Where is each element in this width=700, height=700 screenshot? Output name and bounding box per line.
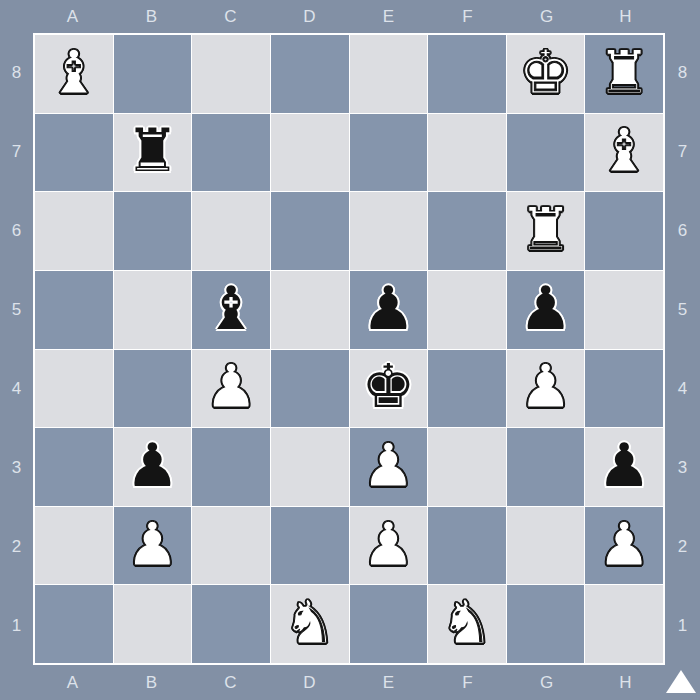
rank-label-4-right: 4 <box>665 349 700 428</box>
rank-label-3-right: 3 <box>665 428 700 507</box>
square-g7[interactable] <box>507 114 585 192</box>
square-d1[interactable]: ♞ <box>271 585 349 663</box>
square-a4[interactable] <box>35 350 113 428</box>
square-f1[interactable]: ♞ <box>428 585 506 663</box>
square-f6[interactable] <box>428 192 506 270</box>
square-b1[interactable] <box>114 585 192 663</box>
file-label-c-top: C <box>191 0 270 33</box>
black-pawn-b3[interactable]: ♟ <box>126 435 180 495</box>
square-e1[interactable] <box>350 585 428 663</box>
square-g2[interactable] <box>507 507 585 585</box>
black-king-e4[interactable]: ♚ <box>361 356 415 416</box>
square-h5[interactable] <box>585 271 663 349</box>
square-f4[interactable] <box>428 350 506 428</box>
square-c4[interactable]: ♟ <box>192 350 270 428</box>
rank-label-7-right: 7 <box>665 112 700 191</box>
rank-label-7-left: 7 <box>0 112 33 191</box>
square-c6[interactable] <box>192 192 270 270</box>
file-label-b-bottom: B <box>112 665 191 700</box>
file-labels-top: ABCDEFGH <box>33 0 665 33</box>
file-label-a-bottom: A <box>33 665 112 700</box>
white-pawn-h2[interactable]: ♟ <box>597 514 651 574</box>
file-label-f-bottom: F <box>428 665 507 700</box>
square-b7[interactable]: ♜ <box>114 114 192 192</box>
file-label-e-bottom: E <box>349 665 428 700</box>
white-rook-h8[interactable]: ♜ <box>597 42 651 102</box>
square-h7[interactable]: ♝ <box>585 114 663 192</box>
file-label-h-top: H <box>586 0 665 33</box>
square-h6[interactable] <box>585 192 663 270</box>
square-e7[interactable] <box>350 114 428 192</box>
square-c1[interactable] <box>192 585 270 663</box>
square-h8[interactable]: ♜ <box>585 35 663 113</box>
white-knight-f1[interactable]: ♞ <box>440 592 494 652</box>
rank-label-6-left: 6 <box>0 191 33 270</box>
square-b5[interactable] <box>114 271 192 349</box>
rank-label-5-right: 5 <box>665 270 700 349</box>
square-d2[interactable] <box>271 507 349 585</box>
square-f7[interactable] <box>428 114 506 192</box>
square-b6[interactable] <box>114 192 192 270</box>
square-g5[interactable]: ♟ <box>507 271 585 349</box>
white-bishop-a8[interactable]: ♝ <box>47 42 101 102</box>
square-d8[interactable] <box>271 35 349 113</box>
square-f5[interactable] <box>428 271 506 349</box>
square-h2[interactable]: ♟ <box>585 507 663 585</box>
square-b2[interactable]: ♟ <box>114 507 192 585</box>
square-a7[interactable] <box>35 114 113 192</box>
square-b3[interactable]: ♟ <box>114 428 192 506</box>
rank-label-2-right: 2 <box>665 507 700 586</box>
white-pawn-b2[interactable]: ♟ <box>126 514 180 574</box>
square-g1[interactable] <box>507 585 585 663</box>
white-knight-d1[interactable]: ♞ <box>283 592 337 652</box>
white-pawn-c4[interactable]: ♟ <box>204 356 258 416</box>
square-e6[interactable] <box>350 192 428 270</box>
white-king-g8[interactable]: ♚ <box>519 42 573 102</box>
rank-label-8-left: 8 <box>0 33 33 112</box>
rank-label-5-left: 5 <box>0 270 33 349</box>
white-to-move-triangle-icon <box>666 670 696 693</box>
square-f8[interactable] <box>428 35 506 113</box>
rank-labels-left: 87654321 <box>0 33 33 665</box>
file-label-b-top: B <box>112 0 191 33</box>
rank-label-2-left: 2 <box>0 507 33 586</box>
square-d4[interactable] <box>271 350 349 428</box>
file-label-d-top: D <box>270 0 349 33</box>
square-d3[interactable] <box>271 428 349 506</box>
black-pawn-h3[interactable]: ♟ <box>597 435 651 495</box>
chess-diagram: ABCDEFGH 87654321 87654321 ABCDEFGH ♝♚♜♜… <box>0 0 700 700</box>
white-pawn-e2[interactable]: ♟ <box>361 514 415 574</box>
square-a5[interactable] <box>35 271 113 349</box>
square-h1[interactable] <box>585 585 663 663</box>
square-e2[interactable]: ♟ <box>350 507 428 585</box>
square-b8[interactable] <box>114 35 192 113</box>
square-e3[interactable]: ♟ <box>350 428 428 506</box>
square-g6[interactable]: ♜ <box>507 192 585 270</box>
file-label-g-top: G <box>507 0 586 33</box>
square-f3[interactable] <box>428 428 506 506</box>
square-e8[interactable] <box>350 35 428 113</box>
black-bishop-c5[interactable]: ♝ <box>204 278 258 338</box>
square-d7[interactable] <box>271 114 349 192</box>
white-rook-g6[interactable]: ♜ <box>519 199 573 259</box>
file-label-c-bottom: C <box>191 665 270 700</box>
white-pawn-g4[interactable]: ♟ <box>519 356 573 416</box>
square-d6[interactable] <box>271 192 349 270</box>
square-e5[interactable]: ♟ <box>350 271 428 349</box>
square-c2[interactable] <box>192 507 270 585</box>
file-label-f-top: F <box>428 0 507 33</box>
square-a3[interactable] <box>35 428 113 506</box>
file-label-e-top: E <box>349 0 428 33</box>
rank-label-1-right: 1 <box>665 586 700 665</box>
square-b4[interactable] <box>114 350 192 428</box>
file-label-d-bottom: D <box>270 665 349 700</box>
rank-label-4-left: 4 <box>0 349 33 428</box>
square-a8[interactable]: ♝ <box>35 35 113 113</box>
file-label-g-bottom: G <box>507 665 586 700</box>
square-c8[interactable] <box>192 35 270 113</box>
square-a2[interactable] <box>35 507 113 585</box>
square-g3[interactable] <box>507 428 585 506</box>
rank-label-6-right: 6 <box>665 191 700 270</box>
square-h3[interactable]: ♟ <box>585 428 663 506</box>
rank-label-1-left: 1 <box>0 586 33 665</box>
square-a6[interactable] <box>35 192 113 270</box>
square-c3[interactable] <box>192 428 270 506</box>
square-g4[interactable]: ♟ <box>507 350 585 428</box>
square-a1[interactable] <box>35 585 113 663</box>
file-label-h-bottom: H <box>586 665 665 700</box>
square-c7[interactable] <box>192 114 270 192</box>
square-c5[interactable]: ♝ <box>192 271 270 349</box>
white-bishop-h7[interactable]: ♝ <box>597 120 651 180</box>
black-rook-b7[interactable]: ♜ <box>126 120 180 180</box>
black-pawn-g5[interactable]: ♟ <box>519 278 573 338</box>
white-pawn-e3[interactable]: ♟ <box>361 435 415 495</box>
file-labels-bottom: ABCDEFGH <box>33 665 665 700</box>
file-label-a-top: A <box>33 0 112 33</box>
rank-label-8-right: 8 <box>665 33 700 112</box>
chess-board: ♝♚♜♜♝♜♝♟♟♟♚♟♟♟♟♟♟♟♞♞ <box>33 33 665 665</box>
black-pawn-e5[interactable]: ♟ <box>361 278 415 338</box>
square-e4[interactable]: ♚ <box>350 350 428 428</box>
square-f2[interactable] <box>428 507 506 585</box>
square-d5[interactable] <box>271 271 349 349</box>
rank-label-3-left: 3 <box>0 428 33 507</box>
square-h4[interactable] <box>585 350 663 428</box>
rank-labels-right: 87654321 <box>665 33 700 665</box>
square-g8[interactable]: ♚ <box>507 35 585 113</box>
